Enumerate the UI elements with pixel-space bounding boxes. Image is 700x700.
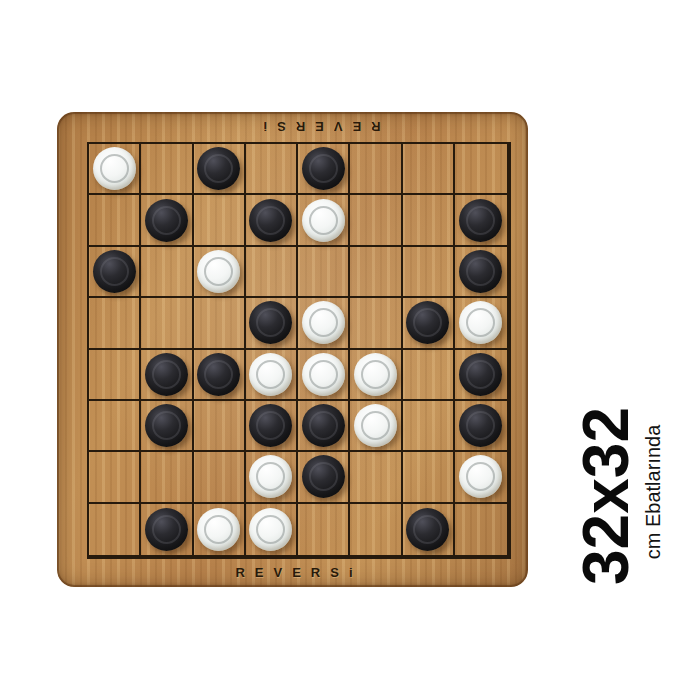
board-cell [455, 401, 507, 452]
board-cell [298, 401, 350, 452]
board-cell [298, 350, 350, 401]
black-disc [145, 199, 188, 242]
board-cell [89, 504, 141, 555]
board-cell [455, 195, 507, 246]
white-disc [354, 353, 397, 396]
board-cell [403, 401, 455, 452]
board-cell [350, 504, 402, 555]
white-disc [249, 353, 292, 396]
board-cell [194, 350, 246, 401]
board-cell [194, 401, 246, 452]
black-disc [302, 404, 345, 447]
board-cell [246, 298, 298, 349]
black-disc [302, 147, 345, 190]
black-disc [145, 353, 188, 396]
board-cell [89, 401, 141, 452]
size-caption: cm Ebatlarında [642, 425, 665, 560]
board-cell [194, 195, 246, 246]
board-cell [298, 504, 350, 555]
board-cell [455, 144, 507, 195]
board-cell [89, 144, 141, 195]
board-cell [455, 350, 507, 401]
white-disc [302, 199, 345, 242]
board-cell [141, 298, 193, 349]
board-cell [403, 144, 455, 195]
white-disc [354, 404, 397, 447]
black-disc [459, 404, 502, 447]
board-cell [246, 195, 298, 246]
white-disc [459, 455, 502, 498]
board-cell [350, 247, 402, 298]
white-disc [459, 301, 502, 344]
board-cell [298, 452, 350, 503]
black-disc [302, 455, 345, 498]
board-cell [89, 247, 141, 298]
black-disc [406, 508, 449, 551]
board-cell [350, 350, 402, 401]
board-cell [455, 452, 507, 503]
size-label: 32x32 [569, 407, 643, 585]
reversi-board: REVERSi REVERSi [57, 112, 528, 587]
board-cell [89, 452, 141, 503]
black-disc [459, 250, 502, 293]
black-disc [249, 199, 292, 242]
board-cell [246, 452, 298, 503]
black-disc [93, 250, 136, 293]
board-cell [403, 247, 455, 298]
board-cell [141, 144, 193, 195]
board-cell [246, 350, 298, 401]
white-disc [93, 147, 136, 190]
board-cell [403, 350, 455, 401]
board-cell [455, 247, 507, 298]
board-cell [403, 298, 455, 349]
white-disc [197, 508, 240, 551]
black-disc [249, 301, 292, 344]
board-cell [403, 195, 455, 246]
board-cell [194, 452, 246, 503]
board-cell [141, 195, 193, 246]
board-cell [350, 452, 402, 503]
board-cell [403, 504, 455, 555]
board-cell [246, 504, 298, 555]
white-disc [249, 455, 292, 498]
black-disc [459, 353, 502, 396]
black-disc [249, 404, 292, 447]
board-cell [141, 504, 193, 555]
board-cell [194, 298, 246, 349]
board-title-top: REVERSi [105, 119, 529, 134]
white-disc [197, 250, 240, 293]
white-disc [302, 301, 345, 344]
board-cell [350, 144, 402, 195]
board-cell [194, 144, 246, 195]
board-cell [141, 350, 193, 401]
board-cell [298, 247, 350, 298]
board-cell [141, 452, 193, 503]
board-cell [403, 452, 455, 503]
product-photo: REVERSi REVERSi 32x32 cm Ebatlarında [0, 0, 700, 700]
white-disc [302, 353, 345, 396]
board-cell [89, 195, 141, 246]
board-grid [87, 142, 511, 559]
black-disc [406, 301, 449, 344]
board-cell [246, 401, 298, 452]
black-disc [459, 199, 502, 242]
board-cell [246, 247, 298, 298]
board-cell [298, 144, 350, 195]
board-cell [455, 298, 507, 349]
board-cell [350, 298, 402, 349]
board-title-bottom: REVERSi [87, 565, 511, 580]
board-cell [350, 195, 402, 246]
black-disc [197, 147, 240, 190]
white-disc [249, 508, 292, 551]
board-cell [89, 298, 141, 349]
board-cell [350, 401, 402, 452]
board-cell [194, 247, 246, 298]
board-cell [298, 195, 350, 246]
board-cell [89, 350, 141, 401]
board-cell [455, 504, 507, 555]
board-cell [141, 401, 193, 452]
black-disc [197, 353, 240, 396]
black-disc [145, 508, 188, 551]
board-cell [298, 298, 350, 349]
black-disc [145, 404, 188, 447]
board-cell [246, 144, 298, 195]
board-cell [141, 247, 193, 298]
board-cell [194, 504, 246, 555]
